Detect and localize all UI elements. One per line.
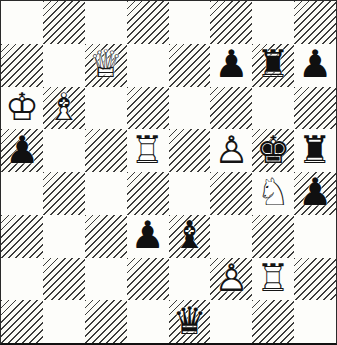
piece-white-queen-c7: ♛♕ — [89, 45, 123, 83]
square-c2 — [85, 258, 127, 301]
piece-white-outline-layer: ♙ — [214, 131, 248, 169]
square-d3: ♟ — [127, 215, 169, 258]
piece-white-knight-g4: ♞♘ — [256, 173, 290, 211]
piece-white-outline-layer: ♗ — [47, 88, 81, 126]
piece-black-pawn-h7: ♟ — [298, 45, 332, 83]
square-d1 — [127, 300, 169, 343]
piece-black-pawn-d3: ♟ — [131, 216, 165, 254]
square-d5: ♜♖ — [127, 129, 169, 172]
piece-black-glyph: ♟ — [131, 216, 165, 254]
square-b4 — [43, 172, 85, 215]
piece-white-outline-layer: ♔ — [5, 88, 39, 126]
piece-black-glyph: ♟ — [5, 131, 39, 169]
square-c6 — [85, 87, 127, 130]
square-b6: ♝♗ — [43, 87, 85, 130]
square-f8 — [210, 1, 252, 44]
square-e8 — [169, 1, 211, 44]
square-g2: ♜♖ — [252, 258, 294, 301]
square-h6 — [294, 87, 336, 130]
piece-white-bishop-b6: ♝♗ — [47, 88, 81, 126]
square-a1 — [1, 300, 43, 343]
square-h7: ♟ — [294, 44, 336, 87]
piece-black-glyph: ♝ — [172, 216, 206, 254]
piece-white-outline-layer: ♖ — [131, 131, 165, 169]
square-f1 — [210, 300, 252, 343]
piece-white-outline-layer: ♙ — [214, 259, 248, 297]
square-c3 — [85, 215, 127, 258]
square-g8 — [252, 1, 294, 44]
square-e5 — [169, 129, 211, 172]
piece-black-rook-h5: ♜ — [298, 131, 332, 169]
square-h4: ♟ — [294, 172, 336, 215]
piece-white-outline-layer: ♕ — [89, 45, 123, 83]
piece-white-rook-g2: ♜♖ — [256, 259, 290, 297]
piece-white-outline-layer: ♘ — [256, 173, 290, 211]
square-b2 — [43, 258, 85, 301]
square-e3: ♝ — [169, 215, 211, 258]
square-e2 — [169, 258, 211, 301]
square-c8 — [85, 1, 127, 44]
square-e6 — [169, 87, 211, 130]
piece-black-glyph: ♟ — [214, 45, 248, 83]
square-b1 — [43, 300, 85, 343]
square-f2: ♟♙ — [210, 258, 252, 301]
square-h2 — [294, 258, 336, 301]
piece-black-queen-e1: ♛ — [172, 302, 206, 340]
square-a4 — [1, 172, 43, 215]
piece-black-rook-g7: ♜ — [256, 45, 290, 83]
piece-white-pawn-f2: ♟♙ — [214, 259, 248, 297]
square-f5: ♟♙ — [210, 129, 252, 172]
square-a2 — [1, 258, 43, 301]
piece-black-king-g5: ♚ — [256, 131, 290, 169]
square-h5: ♜ — [294, 129, 336, 172]
square-f3 — [210, 215, 252, 258]
square-h1 — [294, 300, 336, 343]
square-c4 — [85, 172, 127, 215]
square-f7: ♟ — [210, 44, 252, 87]
square-c7: ♛♕ — [85, 44, 127, 87]
square-a3 — [1, 215, 43, 258]
square-f4 — [210, 172, 252, 215]
square-b7 — [43, 44, 85, 87]
chess-board: ♛♕♟♜♟♚♔♝♗♟♜♖♟♙♚♜♞♘♟♟♝♟♙♜♖♛ — [0, 0, 337, 345]
square-f6 — [210, 87, 252, 130]
square-d6 — [127, 87, 169, 130]
square-g1 — [252, 300, 294, 343]
square-h3 — [294, 215, 336, 258]
square-d7 — [127, 44, 169, 87]
square-e7 — [169, 44, 211, 87]
piece-black-glyph: ♜ — [256, 45, 290, 83]
piece-black-glyph: ♚ — [256, 131, 290, 169]
piece-white-outline-layer: ♖ — [256, 259, 290, 297]
square-d8 — [127, 1, 169, 44]
piece-black-glyph: ♟ — [298, 173, 332, 211]
piece-white-king-a6: ♚♔ — [5, 88, 39, 126]
piece-black-glyph: ♜ — [298, 131, 332, 169]
square-c5 — [85, 129, 127, 172]
square-g5: ♚ — [252, 129, 294, 172]
square-b3 — [43, 215, 85, 258]
piece-black-glyph: ♛ — [172, 302, 206, 340]
square-e4 — [169, 172, 211, 215]
square-b8 — [43, 1, 85, 44]
piece-black-pawn-f7: ♟ — [214, 45, 248, 83]
piece-black-bishop-e3: ♝ — [172, 216, 206, 254]
square-b5 — [43, 129, 85, 172]
square-d2 — [127, 258, 169, 301]
square-e1: ♛ — [169, 300, 211, 343]
square-c1 — [85, 300, 127, 343]
square-a5: ♟ — [1, 129, 43, 172]
piece-black-pawn-h4: ♟ — [298, 173, 332, 211]
piece-white-pawn-f5: ♟♙ — [214, 131, 248, 169]
square-g4: ♞♘ — [252, 172, 294, 215]
square-d4 — [127, 172, 169, 215]
piece-white-rook-d5: ♜♖ — [131, 131, 165, 169]
piece-black-pawn-a5: ♟ — [5, 131, 39, 169]
square-g3 — [252, 215, 294, 258]
square-g6 — [252, 87, 294, 130]
square-a7 — [1, 44, 43, 87]
square-a6: ♚♔ — [1, 87, 43, 130]
square-g7: ♜ — [252, 44, 294, 87]
piece-black-glyph: ♟ — [298, 45, 332, 83]
square-a8 — [1, 1, 43, 44]
square-h8 — [294, 1, 336, 44]
